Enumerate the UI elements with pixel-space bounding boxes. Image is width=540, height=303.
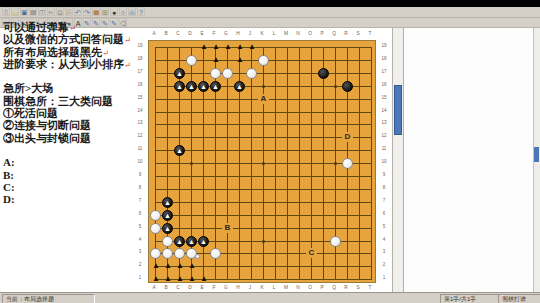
note-line: 围棋急所：三大类问题	[3, 95, 153, 107]
coord-number: 9	[380, 172, 389, 177]
coord-letter: E	[197, 285, 207, 290]
note-line: ①死活问题	[3, 107, 153, 119]
triangle-mark-on-stone: ▲	[164, 225, 171, 232]
hoshi-point	[262, 85, 265, 88]
hoshi-point	[334, 162, 337, 165]
coord-number: 17	[136, 69, 145, 74]
white-stone-A3	[150, 248, 161, 259]
white-stone-G17	[222, 68, 233, 79]
black-stone-B7: ▲	[162, 197, 173, 208]
grid-line-h	[155, 228, 372, 229]
coord-letter: G	[221, 285, 231, 290]
coord-number: 10	[136, 159, 145, 164]
stone-white-icon[interactable]: ○	[119, 7, 127, 16]
triangle-mark-on-stone: ▲	[164, 212, 171, 219]
status-bar: 当前：布局选择题 第1手/共1手 围棋打谱	[0, 292, 540, 303]
grid-icon[interactable]: ⊞	[101, 7, 109, 16]
coord-number: 5	[380, 223, 389, 228]
note-line: A:	[3, 156, 153, 168]
triangle-mark-on-stone: ▲	[200, 83, 207, 90]
black-stone-C11: ▲	[174, 145, 185, 156]
grid-line-v	[275, 47, 276, 280]
triangle-mark: ▲	[234, 43, 246, 51]
coord-number: 11	[380, 146, 389, 151]
grid-line-v	[311, 47, 312, 280]
coord-letter: C	[173, 285, 183, 290]
note-line: C:	[3, 181, 153, 193]
triangle-mark-on-stone: ▲	[176, 238, 183, 245]
coord-number: 8	[380, 185, 389, 190]
black-stone-D4: ▲	[186, 236, 197, 247]
coord-number: 12	[380, 133, 389, 138]
triangle-mark: ▲	[198, 43, 210, 51]
black-stone-B6: ▲	[162, 210, 173, 221]
small-white-dot	[195, 254, 200, 259]
coord-number: 18	[136, 56, 145, 61]
paste-icon[interactable]: ⎘	[65, 7, 73, 16]
white-stone-A6	[150, 210, 161, 221]
grid-line-h	[155, 189, 372, 190]
hoshi-point	[262, 240, 265, 243]
note-line	[3, 144, 153, 156]
coord-number: 12	[136, 133, 145, 138]
coord-number: 17	[380, 69, 389, 74]
white-stone-B3	[162, 248, 173, 259]
white-stone-B4	[162, 236, 173, 247]
coord-number: 11	[136, 146, 145, 151]
grid-line-h	[155, 215, 372, 216]
coord-letter: G	[221, 31, 231, 36]
print-icon[interactable]: ▤	[29, 7, 37, 16]
status-moves: 第1手/共1手	[440, 294, 503, 303]
coord-number: 13	[136, 120, 145, 125]
right-scrollbar-thumb[interactable]	[534, 147, 539, 162]
toolbar-row-1: ▯▭▣▤◫✂⧉⎘↶↷▦⊞●○◎?	[0, 7, 540, 18]
white-stone-F3	[210, 248, 221, 259]
coord-number: 7	[380, 198, 389, 203]
triangle-mark: ▲	[174, 275, 186, 283]
coord-number: 1	[380, 275, 389, 280]
coord-letter: P	[317, 285, 327, 290]
triangle-mark: ▲	[234, 56, 246, 64]
white-stone-D18	[186, 55, 197, 66]
coord-number: 13	[380, 120, 389, 125]
triangle-mark: ▲	[210, 56, 222, 64]
lesson-notes-text[interactable]: 可以通过弹幕↵以及微信的方式回答问题↵所有布局选择题黑先↵进阶要求：从大到小排序…	[3, 21, 153, 205]
paragraph-mark-icon: ↵	[124, 36, 131, 45]
coord-letter: K	[257, 285, 267, 290]
coord-number: 3	[380, 249, 389, 254]
toolbar-icons-1: ▯▭▣▤◫✂⧉⎘↶↷▦⊞●○◎?	[2, 7, 145, 16]
white-stone-A5	[150, 223, 161, 234]
coord-number: 14	[136, 107, 145, 112]
coord-number: 16	[380, 81, 389, 86]
coord-letter: J	[245, 31, 255, 36]
coord-number: 2	[136, 262, 145, 267]
triangle-mark: ▲	[150, 262, 162, 270]
help-icon[interactable]: ?	[137, 7, 145, 16]
cut-icon[interactable]: ✂	[47, 7, 55, 16]
triangle-mark: ▲	[186, 275, 198, 283]
black-stone-C16: ▲	[174, 81, 185, 92]
coord-number: 18	[380, 56, 389, 61]
triangle-mark-on-stone: ▲	[188, 83, 195, 90]
stone-black-icon[interactable]: ●	[110, 7, 118, 16]
coord-letter: J	[245, 285, 255, 290]
coord-number: 4	[136, 236, 145, 241]
board-coords-right: 19181716151413121110987654321	[376, 40, 392, 283]
coord-letter: L	[269, 31, 279, 36]
coord-letter: A	[149, 285, 159, 290]
board-label-B: B	[222, 223, 233, 233]
hoshi-point	[334, 85, 337, 88]
grid-line-h	[155, 202, 372, 203]
note-line: 进阶要求：从大到小排序↵	[3, 58, 153, 70]
coord-letter: R	[341, 31, 351, 36]
coord-number: 19	[136, 43, 145, 48]
grid-line-v	[287, 47, 288, 280]
triangle-mark: ▲	[198, 275, 210, 283]
coord-number: 6	[380, 210, 389, 215]
grid-line-v	[359, 47, 360, 280]
note-line: ③出头与封锁问题	[3, 132, 153, 144]
coord-number: 2	[380, 262, 389, 267]
coord-letter: B	[161, 31, 171, 36]
triangle-mark-on-stone: ▲	[200, 238, 207, 245]
grid-line-v	[299, 47, 300, 280]
coord-number: 16	[136, 81, 145, 86]
coord-letter: D	[185, 31, 195, 36]
coord-number: 19	[380, 43, 389, 48]
coord-number: 4	[380, 236, 389, 241]
coord-letter: D	[185, 285, 195, 290]
note-line: 所有布局选择题黑先↵	[3, 46, 153, 58]
triangle-mark: ▲	[162, 275, 174, 283]
coord-number: 1	[136, 275, 145, 280]
black-stone-C17: ▲	[174, 68, 185, 79]
copy-icon[interactable]: ⧉	[56, 7, 64, 16]
triangle-mark-on-stone: ▲	[236, 83, 243, 90]
coord-letter: Q	[329, 31, 339, 36]
coord-letter: S	[353, 285, 363, 290]
grid-line-v	[323, 47, 324, 280]
white-stone-Q4	[330, 236, 341, 247]
triangle-mark-on-stone: ▲	[188, 238, 195, 245]
board-label-A: A	[258, 94, 269, 104]
coord-letter: M	[281, 285, 291, 290]
black-stone-R16	[342, 81, 353, 92]
black-stone-B5: ▲	[162, 223, 173, 234]
grid-line-v	[371, 47, 372, 280]
coord-letter: L	[269, 285, 279, 290]
new-doc-icon[interactable]: ▯	[2, 7, 10, 16]
coord-letter: K	[257, 31, 267, 36]
go-board[interactable]: ▲▲▲▲▲▲▲▲▲▲▲▲▲▲▲▲▲▲▲▲▲▲▲▲▲▲▲▲▲ABCD	[148, 40, 376, 283]
triangle-mark-on-stone: ▲	[176, 83, 183, 90]
white-stone-R10	[342, 158, 353, 169]
note-line	[3, 70, 153, 82]
triangle-mark: ▲	[210, 43, 222, 51]
coord-letter: P	[317, 31, 327, 36]
paragraph-mark-icon: ↵	[124, 61, 131, 70]
redo-icon[interactable]: ↷	[83, 7, 91, 16]
coord-letter: F	[209, 285, 219, 290]
note-line: D:	[3, 193, 153, 205]
window-title-strip	[0, 0, 540, 7]
coord-number: 7	[136, 198, 145, 203]
black-stone-H16: ▲	[234, 81, 245, 92]
undo-icon[interactable]: ↶	[74, 7, 82, 16]
save-icon[interactable]: ▣	[20, 7, 28, 16]
triangle-mark: ▲	[222, 43, 234, 51]
coord-number: 9	[136, 172, 145, 177]
white-stone-K18	[258, 55, 269, 66]
coord-letter: E	[197, 31, 207, 36]
coord-letter: O	[305, 285, 315, 290]
triangle-mark: ▲	[162, 262, 174, 270]
coord-letter: T	[365, 31, 375, 36]
coord-letter: F	[209, 31, 219, 36]
coord-letter: N	[293, 31, 303, 36]
black-stone-P17	[318, 68, 329, 79]
triangle-mark: ▲	[186, 262, 198, 270]
black-stone-F16: ▲	[210, 81, 221, 92]
coord-number: 10	[380, 159, 389, 164]
coord-number: 5	[136, 223, 145, 228]
coord-letter: B	[161, 285, 171, 290]
coord-letter: R	[341, 285, 351, 290]
triangle-mark-on-stone: ▲	[164, 199, 171, 206]
note-line: 以及微信的方式回答问题↵	[3, 33, 153, 45]
middle-scrollbar[interactable]	[392, 28, 404, 292]
paragraph-mark-icon: ↵	[69, 24, 76, 33]
black-stone-E4: ▲	[198, 236, 209, 247]
white-stone-C3	[174, 248, 185, 259]
board-coords-left: 19181716151413121110987654321	[134, 40, 148, 283]
triangle-mark-on-stone: ▲	[176, 70, 183, 77]
open-folder-icon[interactable]: ▭	[11, 7, 19, 16]
hoshi-point	[262, 162, 265, 165]
coord-letter: A	[149, 31, 159, 36]
board-label-C: C	[306, 248, 317, 258]
triangle-mark-on-stone: ▲	[212, 83, 219, 90]
coord-number: 15	[136, 94, 145, 99]
coord-letter: H	[233, 31, 243, 36]
triangle-mark: ▲	[246, 43, 258, 51]
triangle-mark: ▲	[150, 275, 162, 283]
board-label-D: D	[342, 132, 353, 142]
coord-number: 15	[380, 94, 389, 99]
go-teaching-app-window: ▯▭▣▤◫✂⧉⎘↶↷▦⊞●○◎? ⏮◂▸▹⏭▲■●A✎✎✎✎⌫ 可以通过弹幕↵以…	[0, 0, 540, 303]
coord-letter: N	[293, 285, 303, 290]
white-stone-J17	[246, 68, 257, 79]
coord-letter: S	[353, 31, 363, 36]
coord-letter: T	[365, 285, 375, 290]
black-stone-C4: ▲	[174, 236, 185, 247]
black-stone-E16: ▲	[198, 81, 209, 92]
board-coords-top: ABCDEFGHJKLMNOPQRST	[148, 28, 376, 40]
coord-letter: H	[233, 285, 243, 290]
coord-number: 8	[136, 185, 145, 190]
status-mode: 围棋打谱	[498, 294, 540, 303]
coord-number: 14	[380, 107, 389, 112]
triangle-mark-on-stone: ▲	[176, 147, 183, 154]
coord-letter: O	[305, 31, 315, 36]
triangle-mark: ▲	[174, 262, 186, 270]
note-line: B:	[3, 169, 153, 181]
coord-letter: Q	[329, 285, 339, 290]
note-line: ②连接与切断问题	[3, 119, 153, 131]
status-left: 当前：布局选择题	[2, 294, 95, 303]
zoom-icon[interactable]: ◎	[128, 7, 136, 16]
middle-scrollbar-thumb[interactable]	[394, 85, 402, 135]
board-icon[interactable]: ▦	[92, 7, 100, 16]
paragraph-mark-icon: ↵	[102, 49, 109, 58]
coord-letter: C	[173, 31, 183, 36]
white-stone-F17	[210, 68, 221, 79]
hoshi-point	[190, 162, 193, 165]
black-stone-D16: ▲	[186, 81, 197, 92]
grid-line-h	[155, 176, 372, 177]
note-line: 可以通过弹幕↵	[3, 21, 153, 33]
preview-icon[interactable]: ◫	[38, 7, 46, 16]
coord-number: 6	[136, 210, 145, 215]
coord-number: 3	[136, 249, 145, 254]
right-blank-panel	[404, 28, 533, 292]
note-line: 急所>大场	[3, 82, 153, 94]
coord-letter: M	[281, 31, 291, 36]
